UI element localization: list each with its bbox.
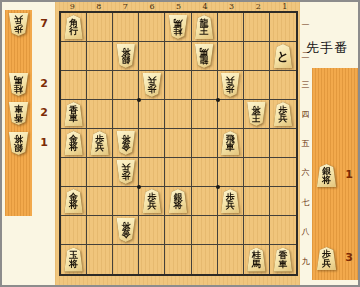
sq-9-9[interactable]: 玉将 (61, 245, 87, 274)
sq-6-1[interactable] (139, 13, 165, 42)
sq-1-3[interactable] (270, 71, 296, 100)
hand-count-gote-香車: 2 (37, 106, 51, 119)
piece-7-5-gote[interactable]: 金将 (116, 131, 136, 155)
piece-6-7-sente[interactable]: 歩兵 (142, 189, 162, 213)
sq-7-1[interactable] (113, 13, 139, 42)
sq-1-6[interactable] (270, 158, 296, 187)
piece-2-4-gote[interactable]: 王将 (246, 102, 266, 126)
hand-piece-sente-歩兵[interactable]: 歩兵 (316, 247, 337, 270)
rank-label-5: 五 (299, 129, 312, 158)
sq-5-4[interactable] (165, 100, 191, 129)
hand-piece-gote-香車[interactable]: 香車 (8, 102, 29, 125)
hand-count-gote-歩兵: 7 (37, 17, 51, 30)
piece-3-5-sente[interactable]: 飛車 (220, 131, 240, 155)
sq-6-6[interactable] (139, 158, 165, 187)
file-label-4: 4 (192, 2, 219, 11)
star-point-3 (137, 185, 141, 189)
sq-8-3[interactable] (87, 71, 113, 100)
sq-9-4[interactable]: 香車 (61, 100, 87, 129)
sq-8-2[interactable] (87, 42, 113, 71)
star-point-2 (216, 98, 220, 102)
piece-1-2-sente[interactable]: と (273, 44, 293, 68)
hand-count-gote-桂馬: 2 (37, 77, 51, 90)
sq-9-8[interactable] (61, 216, 87, 245)
sq-2-6[interactable] (244, 158, 270, 187)
sq-7-5[interactable]: 金将 (113, 129, 139, 158)
rank-label-9: 九 (299, 247, 312, 276)
sq-3-8[interactable] (218, 216, 244, 245)
sq-6-5[interactable] (139, 129, 165, 158)
star-point-4 (216, 185, 220, 189)
sq-4-5[interactable] (192, 129, 218, 158)
sq-8-6[interactable] (87, 158, 113, 187)
sq-5-9[interactable] (165, 245, 191, 274)
sq-8-4[interactable] (87, 100, 113, 129)
piece-3-3-gote[interactable]: 歩兵 (220, 73, 240, 97)
sq-2-2[interactable] (244, 42, 270, 71)
sq-5-1[interactable]: 桂馬 (165, 13, 191, 42)
sq-5-7[interactable]: 銀将 (165, 187, 191, 216)
sq-5-8[interactable] (165, 216, 191, 245)
piece-9-4-sente[interactable]: 香車 (64, 102, 84, 126)
piece-4-2-gote[interactable]: 龍馬 (194, 44, 214, 68)
sq-7-9[interactable] (113, 245, 139, 274)
sq-5-6[interactable] (165, 158, 191, 187)
turn-indicator: 先手番 (306, 39, 360, 57)
sq-3-6[interactable] (218, 158, 244, 187)
sq-9-6[interactable] (61, 158, 87, 187)
hand-piece-gote-桂馬[interactable]: 桂馬 (8, 73, 29, 96)
sq-4-3[interactable] (192, 71, 218, 100)
rank-label-1: 一 (299, 11, 312, 40)
piece-3-7-sente[interactable]: 歩兵 (220, 189, 240, 213)
hand-count-sente-銀将: 1 (342, 168, 356, 181)
rank-label-3: 三 (299, 70, 312, 99)
sq-6-4[interactable] (139, 100, 165, 129)
file-label-1: 1 (272, 2, 299, 11)
sq-1-2[interactable]: と (270, 42, 296, 71)
sq-7-3[interactable] (113, 71, 139, 100)
sq-6-8[interactable] (139, 216, 165, 245)
piece-8-5-sente[interactable]: 歩兵 (90, 131, 110, 155)
file-label-8: 8 (86, 2, 113, 11)
rank-label-8: 八 (299, 217, 312, 246)
piece-4-1-sente[interactable]: 龍王 (194, 15, 214, 39)
sq-9-2[interactable] (61, 42, 87, 71)
sq-7-6[interactable]: 歩兵 (113, 158, 139, 187)
piece-7-8-gote[interactable]: 金将 (116, 218, 136, 242)
hand-piece-gote-歩兵[interactable]: 歩兵 (8, 13, 29, 36)
sq-3-4[interactable] (218, 100, 244, 129)
sq-4-1[interactable]: 龍王 (192, 13, 218, 42)
piece-7-2-gote[interactable]: 銀将 (116, 44, 136, 68)
sq-6-3[interactable]: 歩兵 (139, 71, 165, 100)
piece-7-6-gote[interactable]: 歩兵 (116, 160, 136, 184)
sq-8-9[interactable] (87, 245, 113, 274)
sq-8-1[interactable] (87, 13, 113, 42)
sq-2-9[interactable]: 桂馬 (244, 245, 270, 274)
piece-1-4-sente[interactable]: 歩兵 (273, 102, 293, 126)
piece-9-7-sente[interactable]: 金将 (64, 189, 84, 213)
sq-3-9[interactable] (218, 245, 244, 274)
file-label-6: 6 (139, 2, 166, 11)
gote-hand-tray: 歩兵桂馬香車銀将 (5, 10, 32, 216)
sq-2-7[interactable] (244, 187, 270, 216)
sq-2-5[interactable] (244, 129, 270, 158)
sq-1-4[interactable]: 歩兵 (270, 100, 296, 129)
piece-2-9-sente[interactable]: 桂馬 (246, 248, 266, 272)
rank-label-7: 七 (299, 188, 312, 217)
sq-4-8[interactable] (192, 216, 218, 245)
sq-7-2[interactable]: 銀将 (113, 42, 139, 71)
sq-6-9[interactable] (139, 245, 165, 274)
sq-4-7[interactable] (192, 187, 218, 216)
sq-9-1[interactable]: 角行 (61, 13, 87, 42)
sq-5-3[interactable] (165, 71, 191, 100)
sq-3-1[interactable] (218, 13, 244, 42)
hand-piece-sente-銀将[interactable]: 銀将 (316, 164, 337, 187)
piece-5-1-gote[interactable]: 桂馬 (168, 15, 188, 39)
file-labels: 987654321 (59, 2, 298, 11)
rank-label-6: 六 (299, 158, 312, 187)
piece-9-1-sente[interactable]: 角行 (64, 15, 84, 39)
sq-9-5[interactable]: 金将 (61, 129, 87, 158)
sq-1-8[interactable] (270, 216, 296, 245)
sq-4-9[interactable] (192, 245, 218, 274)
sq-8-5[interactable]: 歩兵 (87, 129, 113, 158)
sq-4-6[interactable] (192, 158, 218, 187)
file-label-5: 5 (165, 2, 192, 11)
shogi-app: 987654321 一二三四五六七八九 角行桂馬龍王銀将龍馬と歩兵歩兵香車王将歩… (0, 0, 360, 287)
sq-2-3[interactable] (244, 71, 270, 100)
hand-count-sente-歩兵: 3 (342, 251, 356, 264)
sq-8-7[interactable] (87, 187, 113, 216)
sq-2-8[interactable] (244, 216, 270, 245)
sq-5-2[interactable] (165, 42, 191, 71)
sq-3-7[interactable]: 歩兵 (218, 187, 244, 216)
file-label-2: 2 (245, 2, 272, 11)
sq-1-9[interactable]: 香車 (270, 245, 296, 274)
hand-count-gote-銀将: 1 (37, 136, 51, 149)
rank-label-4: 四 (299, 99, 312, 128)
piece-9-5-sente[interactable]: 金将 (64, 131, 84, 155)
sq-4-4[interactable] (192, 100, 218, 129)
sq-7-7[interactable] (113, 187, 139, 216)
piece-6-3-gote[interactable]: 歩兵 (142, 73, 162, 97)
sq-3-5[interactable]: 飛車 (218, 129, 244, 158)
piece-5-7-sente[interactable]: 銀将 (168, 189, 188, 213)
sq-4-2[interactable]: 龍馬 (192, 42, 218, 71)
sq-7-4[interactable] (113, 100, 139, 129)
file-label-7: 7 (112, 2, 139, 11)
star-point-1 (137, 98, 141, 102)
sq-1-1[interactable] (270, 13, 296, 42)
sq-3-3[interactable]: 歩兵 (218, 71, 244, 100)
sq-9-3[interactable] (61, 71, 87, 100)
sq-2-4[interactable]: 王将 (244, 100, 270, 129)
sq-1-5[interactable] (270, 129, 296, 158)
sq-6-7[interactable]: 歩兵 (139, 187, 165, 216)
sq-3-2[interactable] (218, 42, 244, 71)
hand-piece-gote-銀将[interactable]: 銀将 (8, 132, 29, 155)
sq-5-5[interactable] (165, 129, 191, 158)
file-label-3: 3 (218, 2, 245, 11)
sq-8-8[interactable] (87, 216, 113, 245)
sq-1-7[interactable] (270, 187, 296, 216)
sq-2-1[interactable] (244, 13, 270, 42)
piece-9-9-sente[interactable]: 玉将 (64, 248, 84, 272)
sq-9-7[interactable]: 金将 (61, 187, 87, 216)
shogi-board: 角行桂馬龍王銀将龍馬と歩兵歩兵香車王将歩兵金将歩兵金将飛車歩兵金将歩兵銀将歩兵金… (59, 11, 298, 276)
piece-1-9-sente[interactable]: 香車 (273, 248, 293, 272)
sq-7-8[interactable]: 金将 (113, 216, 139, 245)
file-label-9: 9 (59, 2, 86, 11)
sq-6-2[interactable] (139, 42, 165, 71)
